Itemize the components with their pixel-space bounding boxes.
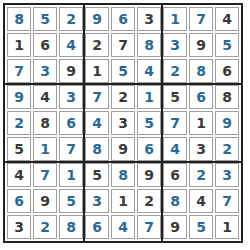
cell-r6c5[interactable]: 9 (111, 137, 135, 161)
cell-r5c7[interactable]: 7 (163, 111, 187, 135)
cell-r5c4[interactable]: 4 (85, 111, 109, 135)
cell-r6c6[interactable]: 6 (137, 137, 161, 161)
cell-r5c9[interactable]: 9 (215, 111, 239, 135)
cell-r6c1[interactable]: 5 (7, 137, 31, 161)
cell-r4c8[interactable]: 6 (189, 85, 213, 109)
cell-r7c3[interactable]: 1 (59, 163, 83, 187)
cell-r9c4[interactable]: 6 (85, 215, 109, 239)
cell-r6c3[interactable]: 7 (59, 137, 83, 161)
cell-r8c2[interactable]: 9 (33, 189, 57, 213)
cell-r5c6[interactable]: 5 (137, 111, 161, 135)
cell-r4c1[interactable]: 9 (7, 85, 31, 109)
cell-r2c9[interactable]: 5 (215, 33, 239, 57)
cell-r2c3[interactable]: 4 (59, 33, 83, 57)
cell-r1c9[interactable]: 4 (215, 7, 239, 31)
cell-r5c3[interactable]: 6 (59, 111, 83, 135)
cell-r1c1[interactable]: 8 (7, 7, 31, 31)
cell-r3c1[interactable]: 7 (7, 59, 31, 83)
cell-r9c7[interactable]: 9 (163, 215, 187, 239)
cell-r7c8[interactable]: 2 (189, 163, 213, 187)
cell-r7c9[interactable]: 3 (215, 163, 239, 187)
cell-r3c4[interactable]: 1 (85, 59, 109, 83)
cell-r2c1[interactable]: 1 (7, 33, 31, 57)
cell-r7c1[interactable]: 4 (7, 163, 31, 187)
cell-r8c8[interactable]: 4 (189, 189, 213, 213)
cell-r4c5[interactable]: 2 (111, 85, 135, 109)
cell-r1c8[interactable]: 7 (189, 7, 213, 31)
cell-r5c5[interactable]: 3 (111, 111, 135, 135)
cell-r7c4[interactable]: 5 (85, 163, 109, 187)
sudoku-grid: 8529631741642783957391542869437215682864… (5, 5, 241, 241)
cell-r1c7[interactable]: 1 (163, 7, 187, 31)
cell-r2c4[interactable]: 2 (85, 33, 109, 57)
cell-r4c9[interactable]: 8 (215, 85, 239, 109)
cell-r6c8[interactable]: 3 (189, 137, 213, 161)
cell-r9c1[interactable]: 3 (7, 215, 31, 239)
cell-r6c9[interactable]: 2 (215, 137, 239, 161)
cell-r1c2[interactable]: 5 (33, 7, 57, 31)
cell-r2c2[interactable]: 6 (33, 33, 57, 57)
cell-r9c5[interactable]: 4 (111, 215, 135, 239)
cell-r3c7[interactable]: 2 (163, 59, 187, 83)
cell-r1c5[interactable]: 6 (111, 7, 135, 31)
cell-r9c9[interactable]: 1 (215, 215, 239, 239)
cell-r7c2[interactable]: 7 (33, 163, 57, 187)
cell-r2c5[interactable]: 7 (111, 33, 135, 57)
cell-r2c7[interactable]: 3 (163, 33, 187, 57)
cell-r5c8[interactable]: 1 (189, 111, 213, 135)
cell-r8c3[interactable]: 5 (59, 189, 83, 213)
cell-r5c2[interactable]: 8 (33, 111, 57, 135)
cell-r2c8[interactable]: 9 (189, 33, 213, 57)
cell-r2c6[interactable]: 8 (137, 33, 161, 57)
cell-r5c1[interactable]: 2 (7, 111, 31, 135)
cell-r4c6[interactable]: 1 (137, 85, 161, 109)
cell-r4c4[interactable]: 7 (85, 85, 109, 109)
cell-r1c3[interactable]: 2 (59, 7, 83, 31)
cell-r8c4[interactable]: 3 (85, 189, 109, 213)
sudoku-board: 8529631741642783957391542869437215682864… (3, 3, 243, 243)
cell-r6c4[interactable]: 8 (85, 137, 109, 161)
cell-r3c6[interactable]: 4 (137, 59, 161, 83)
cell-r4c3[interactable]: 3 (59, 85, 83, 109)
cell-r3c3[interactable]: 9 (59, 59, 83, 83)
cell-r4c2[interactable]: 4 (33, 85, 57, 109)
cell-r8c7[interactable]: 8 (163, 189, 187, 213)
cell-r1c4[interactable]: 9 (85, 7, 109, 31)
cell-r3c9[interactable]: 6 (215, 59, 239, 83)
cell-r3c5[interactable]: 5 (111, 59, 135, 83)
cell-r3c8[interactable]: 8 (189, 59, 213, 83)
cell-r7c7[interactable]: 6 (163, 163, 187, 187)
cell-r9c3[interactable]: 8 (59, 215, 83, 239)
cell-r4c7[interactable]: 5 (163, 85, 187, 109)
cell-r1c6[interactable]: 3 (137, 7, 161, 31)
cell-r9c6[interactable]: 7 (137, 215, 161, 239)
cell-r8c5[interactable]: 1 (111, 189, 135, 213)
cell-r3c2[interactable]: 3 (33, 59, 57, 83)
cell-r8c9[interactable]: 7 (215, 189, 239, 213)
cell-r8c1[interactable]: 6 (7, 189, 31, 213)
cell-r6c7[interactable]: 4 (163, 137, 187, 161)
cell-r6c2[interactable]: 1 (33, 137, 57, 161)
cell-r7c5[interactable]: 8 (111, 163, 135, 187)
cell-r9c8[interactable]: 5 (189, 215, 213, 239)
cell-r7c6[interactable]: 9 (137, 163, 161, 187)
cell-r9c2[interactable]: 2 (33, 215, 57, 239)
cell-r8c6[interactable]: 2 (137, 189, 161, 213)
